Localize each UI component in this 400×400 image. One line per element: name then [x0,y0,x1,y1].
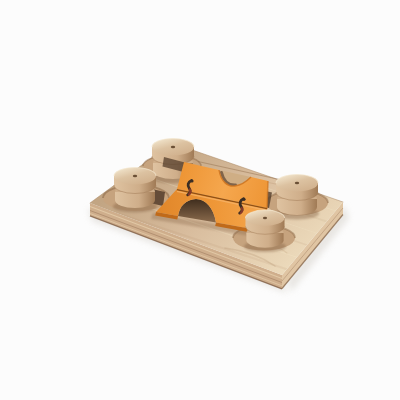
peg-east [276,175,318,216]
peg-west [114,168,156,209]
peg-south [245,210,284,248]
product-photo-stage [0,0,400,400]
wooden-dog-puzzle-photo [0,0,400,400]
slider-back-right-edge [267,181,268,208]
